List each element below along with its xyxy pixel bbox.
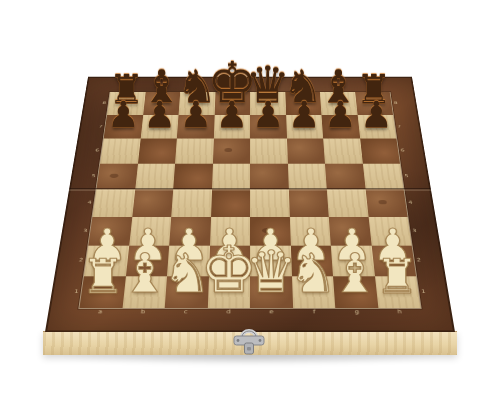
square-c4[interactable]: [171, 189, 211, 216]
file-label: c: [164, 310, 207, 315]
square-e6[interactable]: [250, 139, 287, 164]
piece-dark-pawn-f7[interactable]: ♟: [286, 97, 322, 133]
piece-dark-pawn-c7[interactable]: ♟: [178, 97, 214, 133]
square-d5[interactable]: [212, 163, 250, 189]
square-f6[interactable]: [287, 139, 325, 164]
file-label: a: [78, 310, 121, 315]
square-h4[interactable]: [365, 189, 407, 216]
square-g6[interactable]: [323, 139, 362, 164]
square-b4[interactable]: [132, 189, 173, 216]
piece-light-rook-h1[interactable]: ♜: [373, 252, 421, 300]
piece-dark-pawn-d7[interactable]: ♟: [214, 97, 250, 133]
square-f4[interactable]: [288, 189, 328, 216]
square-c5[interactable]: [173, 163, 212, 189]
product-photo: abcdefgh abcdefgh 87654321 87654321 ♜♝♞♚…: [0, 0, 500, 415]
piece-dark-pawn-g7[interactable]: ♟: [322, 97, 358, 133]
square-a6[interactable]: [100, 139, 140, 164]
square-e4[interactable]: [250, 189, 289, 216]
piece-dark-pawn-a7[interactable]: ♟: [106, 97, 142, 133]
file-label: g: [335, 310, 378, 315]
square-d6[interactable]: [213, 139, 250, 164]
fold-seam: [69, 188, 431, 189]
square-e5[interactable]: [250, 163, 288, 189]
metal-latch-icon: [229, 328, 269, 358]
file-label: d: [207, 310, 250, 315]
square-b6[interactable]: [138, 139, 177, 164]
square-f5[interactable]: [287, 163, 326, 189]
square-b5[interactable]: [135, 163, 175, 189]
square-g4[interactable]: [327, 189, 368, 216]
file-label: h: [378, 310, 421, 315]
file-label: e: [250, 310, 293, 315]
file-label: b: [121, 310, 164, 315]
square-h6[interactable]: [360, 139, 400, 164]
square-c6[interactable]: [175, 139, 213, 164]
piece-dark-pawn-e7[interactable]: ♟: [250, 97, 286, 133]
square-d4[interactable]: [211, 189, 250, 216]
square-g5[interactable]: [325, 163, 365, 189]
square-a5[interactable]: [96, 163, 137, 189]
square-a4[interactable]: [92, 189, 134, 216]
file-label: f: [293, 310, 336, 315]
square-h5[interactable]: [362, 163, 403, 189]
piece-dark-pawn-h7[interactable]: ♟: [359, 97, 395, 133]
piece-dark-pawn-b7[interactable]: ♟: [142, 97, 178, 133]
